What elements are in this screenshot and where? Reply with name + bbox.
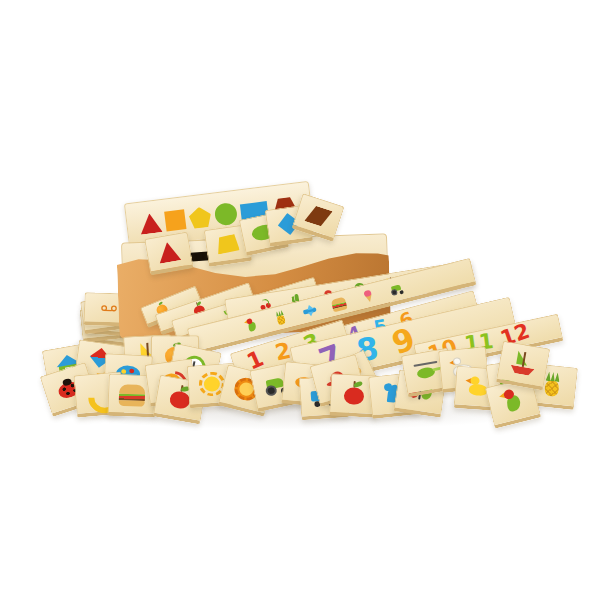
picture-tile-sailboat	[496, 341, 551, 391]
pineapple-icon	[270, 307, 291, 328]
hamburger-icon	[328, 292, 350, 314]
parrot-icon	[241, 314, 262, 335]
tractor-icon	[386, 278, 408, 300]
parrot-icon	[241, 314, 263, 336]
apple-icon	[337, 378, 371, 410]
square-shape	[164, 209, 186, 231]
triangle-shape	[138, 212, 162, 235]
pineapple-icon	[270, 307, 292, 329]
quad-shape	[216, 234, 240, 255]
icecream-icon	[357, 285, 379, 307]
sailboat-icon	[505, 347, 542, 382]
airplane-icon	[299, 300, 320, 321]
hamburger-icon	[328, 292, 349, 313]
circle-shape	[214, 202, 239, 227]
tractor-icon	[386, 278, 407, 299]
parallelogram-shape	[304, 204, 332, 229]
shape-tile-triangle	[144, 231, 194, 275]
icecream-icon	[357, 285, 378, 306]
product-photo-wooden-sorting-game: 456123789101112	[0, 0, 600, 600]
pentagon-shape	[188, 206, 212, 230]
triangle-shape	[156, 240, 181, 264]
parrot-icon	[493, 383, 531, 420]
bicycle-icon	[98, 297, 120, 319]
airplane-icon	[299, 300, 321, 322]
hamburger-icon	[116, 379, 149, 410]
